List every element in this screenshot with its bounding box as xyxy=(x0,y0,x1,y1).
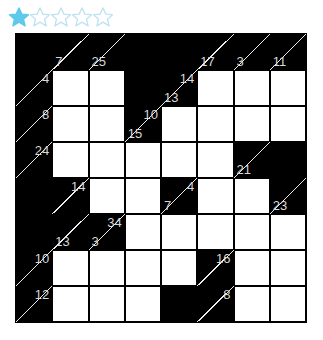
across-clue-r3c0: 24 xyxy=(35,144,49,157)
entry-cell-r2c5[interactable] xyxy=(197,106,233,142)
down-clue-r1c4: 13 xyxy=(164,91,178,104)
clue-cell-r6c5: 16 xyxy=(197,250,233,286)
block-cell-r0c3 xyxy=(125,34,161,70)
clue-cell-r0c7: 11 xyxy=(270,34,306,70)
across-clue-r4c4: 4 xyxy=(187,180,194,193)
down-clue-r5c2: 3 xyxy=(92,235,99,248)
down-clue-r2c3: 15 xyxy=(128,127,142,140)
across-clue-r5c2: 34 xyxy=(107,216,121,229)
entry-cell-r5c5[interactable] xyxy=(197,214,233,250)
entry-cell-r6c3[interactable] xyxy=(125,250,161,286)
down-clue-r5c1: 13 xyxy=(55,235,69,248)
clue-cell-r3c0: 24 xyxy=(16,142,52,178)
entry-cell-r5c6[interactable] xyxy=(234,214,270,250)
block-cell-r5c0 xyxy=(16,214,52,250)
entry-cell-r2c1[interactable] xyxy=(52,106,88,142)
entry-cell-r1c1[interactable] xyxy=(52,70,88,106)
down-clue-r4c7: 23 xyxy=(273,199,287,212)
clue-cell-r4c1: 14 xyxy=(52,178,88,214)
clue-cell-r4c4: 47 xyxy=(161,178,197,214)
entry-cell-r7c6[interactable] xyxy=(234,286,270,322)
star-outline-icon xyxy=(51,7,71,27)
across-clue-r6c5: 16 xyxy=(216,252,230,265)
entry-cell-r2c4[interactable] xyxy=(161,106,197,142)
clue-cell-r0c1: 7 xyxy=(52,34,88,70)
across-clue-r6c0: 10 xyxy=(35,252,49,265)
entry-cell-r6c4[interactable] xyxy=(161,250,197,286)
entry-cell-r6c6[interactable] xyxy=(234,250,270,286)
clue-cell-r7c5: 8 xyxy=(197,286,233,322)
block-cell-r3c7 xyxy=(270,142,306,178)
clue-cell-r5c2: 343 xyxy=(89,214,125,250)
entry-cell-r4c6[interactable] xyxy=(234,178,270,214)
entry-cell-r1c7[interactable] xyxy=(270,70,306,106)
entry-cell-r3c3[interactable] xyxy=(125,142,161,178)
clue-cell-r0c6: 3 xyxy=(234,34,270,70)
entry-cell-r7c1[interactable] xyxy=(52,286,88,322)
block-cell-r1c3 xyxy=(125,70,161,106)
clue-cell-r4c7: 23 xyxy=(270,178,306,214)
entry-cell-r2c2[interactable] xyxy=(89,106,125,142)
entry-cell-r3c2[interactable] xyxy=(89,142,125,178)
down-clue-r0c7: 11 xyxy=(273,55,287,68)
across-clue-r7c0: 12 xyxy=(35,288,49,301)
star-outline-icon xyxy=(30,7,50,27)
down-clue-r0c6: 3 xyxy=(237,55,244,68)
entry-cell-r3c5[interactable] xyxy=(197,142,233,178)
entry-cell-r4c2[interactable] xyxy=(89,178,125,214)
entry-cell-r1c2[interactable] xyxy=(89,70,125,106)
block-cell-r0c4 xyxy=(161,34,197,70)
entry-cell-r7c2[interactable] xyxy=(89,286,125,322)
entry-cell-r5c7[interactable] xyxy=(270,214,306,250)
across-clue-r2c0: 8 xyxy=(42,108,49,121)
star-outline-icon xyxy=(72,7,92,27)
clue-cell-r3c6: 21 xyxy=(234,142,270,178)
star-outline-icon xyxy=(93,7,113,27)
entry-cell-r7c7[interactable] xyxy=(270,286,306,322)
entry-cell-r6c2[interactable] xyxy=(89,250,125,286)
entry-cell-r1c5[interactable] xyxy=(197,70,233,106)
entry-cell-r4c3[interactable] xyxy=(125,178,161,214)
entry-cell-r2c7[interactable] xyxy=(270,106,306,142)
down-clue-r0c1: 7 xyxy=(55,55,62,68)
clue-cell-r1c4: 1413 xyxy=(161,70,197,106)
entry-cell-r5c4[interactable] xyxy=(161,214,197,250)
down-clue-r0c5: 17 xyxy=(200,55,214,68)
block-cell-r0c0 xyxy=(16,34,52,70)
entry-cell-r6c1[interactable] xyxy=(52,250,88,286)
kakuro-grid: 7251731141413810152421144723133431016128 xyxy=(15,33,307,323)
difficulty-rating xyxy=(9,7,113,27)
clue-cell-r5c1: 13 xyxy=(52,214,88,250)
across-clue-r7c5: 8 xyxy=(223,288,230,301)
across-clue-r2c3: 10 xyxy=(144,108,158,121)
clue-cell-r7c0: 12 xyxy=(16,286,52,322)
entry-cell-r4c5[interactable] xyxy=(197,178,233,214)
block-cell-r7c4 xyxy=(161,286,197,322)
block-cell-r4c0 xyxy=(16,178,52,214)
clue-cell-r0c5: 17 xyxy=(197,34,233,70)
across-clue-r1c0: 4 xyxy=(42,72,49,85)
entry-cell-r2c6[interactable] xyxy=(234,106,270,142)
across-clue-r1c4: 14 xyxy=(180,72,194,85)
down-clue-r4c4: 7 xyxy=(164,199,171,212)
entry-cell-r1c6[interactable] xyxy=(234,70,270,106)
clue-cell-r6c0: 10 xyxy=(16,250,52,286)
entry-cell-r5c3[interactable] xyxy=(125,214,161,250)
down-clue-r3c6: 21 xyxy=(237,163,251,176)
entry-cell-r7c3[interactable] xyxy=(125,286,161,322)
across-clue-r4c1: 14 xyxy=(71,180,85,193)
clue-cell-r1c0: 4 xyxy=(16,70,52,106)
star-filled-icon xyxy=(9,7,29,27)
entry-cell-r3c4[interactable] xyxy=(161,142,197,178)
entry-cell-r6c7[interactable] xyxy=(270,250,306,286)
down-clue-r0c2: 25 xyxy=(92,55,106,68)
entry-cell-r3c1[interactable] xyxy=(52,142,88,178)
clue-cell-r2c3: 1015 xyxy=(125,106,161,142)
clue-cell-r0c2: 25 xyxy=(89,34,125,70)
clue-cell-r2c0: 8 xyxy=(16,106,52,142)
